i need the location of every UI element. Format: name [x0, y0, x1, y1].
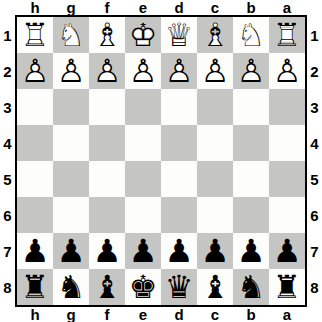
- square-e1[interactable]: ♚♔: [125, 17, 161, 53]
- rank-label-2: 2: [0, 53, 15, 89]
- square-a6[interactable]: [269, 197, 305, 233]
- rank-label-5: 5: [307, 161, 322, 197]
- square-g7[interactable]: ♟: [53, 233, 89, 269]
- square-c8[interactable]: ♝: [197, 269, 233, 305]
- square-d8[interactable]: ♛: [161, 269, 197, 305]
- square-e7[interactable]: ♟: [125, 233, 161, 269]
- black-pawn-icon[interactable]: ♟: [161, 233, 197, 269]
- white-queen-icon[interactable]: ♛♕: [161, 17, 197, 53]
- piece-outline-layer: ♖: [269, 17, 305, 53]
- piece-outline-layer: ♗: [197, 17, 233, 53]
- piece-outline-layer: ♙: [17, 53, 53, 89]
- file-label-b: b: [233, 0, 269, 15]
- file-label-e: e: [125, 307, 161, 322]
- white-pawn-icon[interactable]: ♟♙: [89, 53, 125, 89]
- piece-outline-layer: ♙: [233, 53, 269, 89]
- rank-label-5: 5: [0, 161, 15, 197]
- rank-label-7: 7: [0, 233, 15, 269]
- square-h1[interactable]: ♜♖: [17, 17, 53, 53]
- square-c5[interactable]: [197, 161, 233, 197]
- rank-label-8: 8: [0, 269, 15, 305]
- square-f8[interactable]: ♝: [89, 269, 125, 305]
- file-label-d: d: [161, 0, 197, 15]
- square-f6[interactable]: [89, 197, 125, 233]
- square-g1[interactable]: ♞♘: [53, 17, 89, 53]
- square-b3[interactable]: [233, 89, 269, 125]
- piece-outline-layer: ♙: [125, 53, 161, 89]
- black-pawn-icon[interactable]: ♟: [233, 233, 269, 269]
- black-queen-icon[interactable]: ♛: [161, 269, 197, 305]
- square-h8[interactable]: ♜: [17, 269, 53, 305]
- file-labels-top: hgfedcba: [17, 0, 305, 15]
- square-g3[interactable]: [53, 89, 89, 125]
- black-pawn-icon[interactable]: ♟: [89, 233, 125, 269]
- white-rook-icon[interactable]: ♜♖: [269, 17, 305, 53]
- square-b5[interactable]: [233, 161, 269, 197]
- rank-label-4: 4: [307, 125, 322, 161]
- square-h3[interactable]: [17, 89, 53, 125]
- piece-outline-layer: ♔: [125, 17, 161, 53]
- white-pawn-icon[interactable]: ♟♙: [233, 53, 269, 89]
- white-pawn-icon[interactable]: ♟♙: [53, 53, 89, 89]
- file-label-c: c: [197, 307, 233, 322]
- rank-labels-left: 12345678: [0, 17, 15, 305]
- rank-label-6: 6: [307, 197, 322, 233]
- file-label-g: g: [53, 0, 89, 15]
- piece-outline-layer: ♙: [53, 53, 89, 89]
- file-label-g: g: [53, 307, 89, 322]
- square-g5[interactable]: [53, 161, 89, 197]
- square-d5[interactable]: [161, 161, 197, 197]
- white-pawn-icon[interactable]: ♟♙: [17, 53, 53, 89]
- square-e4[interactable]: [125, 125, 161, 161]
- rank-label-1: 1: [0, 17, 15, 53]
- black-pawn-icon[interactable]: ♟: [53, 233, 89, 269]
- black-pawn-icon[interactable]: ♟: [17, 233, 53, 269]
- square-a8[interactable]: ♜: [269, 269, 305, 305]
- file-label-a: a: [269, 0, 305, 15]
- rank-label-2: 2: [307, 53, 322, 89]
- square-d3[interactable]: [161, 89, 197, 125]
- rank-label-6: 6: [0, 197, 15, 233]
- square-c6[interactable]: [197, 197, 233, 233]
- square-h7[interactable]: ♟: [17, 233, 53, 269]
- square-b2[interactable]: ♟♙: [233, 53, 269, 89]
- square-a2[interactable]: ♟♙: [269, 53, 305, 89]
- square-a7[interactable]: ♟: [269, 233, 305, 269]
- square-h5[interactable]: [17, 161, 53, 197]
- square-a4[interactable]: [269, 125, 305, 161]
- square-d2[interactable]: ♟♙: [161, 53, 197, 89]
- rank-label-4: 4: [0, 125, 15, 161]
- square-d1[interactable]: ♛♕: [161, 17, 197, 53]
- piece-outline-layer: ♙: [269, 53, 305, 89]
- piece-outline-layer: ♗: [89, 17, 125, 53]
- black-pawn-icon[interactable]: ♟: [125, 233, 161, 269]
- square-d4[interactable]: [161, 125, 197, 161]
- black-rook-icon[interactable]: ♜: [269, 269, 305, 305]
- white-pawn-icon[interactable]: ♟♙: [197, 53, 233, 89]
- square-f1[interactable]: ♝♗: [89, 17, 125, 53]
- chess-board-screen: hgfedcba 12345678 ♜♖♞♘♝♗♚♔♛♕♝♗♞♘♜♖♟♙♟♙♟♙…: [0, 0, 322, 322]
- piece-outline-layer: ♘: [53, 17, 89, 53]
- file-label-c: c: [197, 0, 233, 15]
- black-bishop-icon[interactable]: ♝: [89, 269, 125, 305]
- white-bishop-icon[interactable]: ♝♗: [89, 17, 125, 53]
- square-a3[interactable]: [269, 89, 305, 125]
- black-bishop-icon[interactable]: ♝: [197, 269, 233, 305]
- black-king-icon[interactable]: ♚: [125, 269, 161, 305]
- square-e8[interactable]: ♚: [125, 269, 161, 305]
- square-c2[interactable]: ♟♙: [197, 53, 233, 89]
- piece-outline-layer: ♕: [161, 17, 197, 53]
- white-bishop-icon[interactable]: ♝♗: [197, 17, 233, 53]
- file-label-a: a: [269, 307, 305, 322]
- square-d6[interactable]: [161, 197, 197, 233]
- rank-label-7: 7: [307, 233, 322, 269]
- black-knight-icon[interactable]: ♞: [233, 269, 269, 305]
- rank-label-8: 8: [307, 269, 322, 305]
- piece-outline-layer: ♙: [197, 53, 233, 89]
- square-h2[interactable]: ♟♙: [17, 53, 53, 89]
- black-knight-icon[interactable]: ♞: [53, 269, 89, 305]
- piece-outline-layer: ♖: [17, 17, 53, 53]
- square-b8[interactable]: ♞: [233, 269, 269, 305]
- rank-label-3: 3: [307, 89, 322, 125]
- square-e5[interactable]: [125, 161, 161, 197]
- white-knight-icon[interactable]: ♞♘: [233, 17, 269, 53]
- square-c7[interactable]: ♟: [197, 233, 233, 269]
- square-f7[interactable]: ♟: [89, 233, 125, 269]
- white-pawn-icon[interactable]: ♟♙: [125, 53, 161, 89]
- square-g4[interactable]: [53, 125, 89, 161]
- square-e2[interactable]: ♟♙: [125, 53, 161, 89]
- square-f4[interactable]: [89, 125, 125, 161]
- square-g2[interactable]: ♟♙: [53, 53, 89, 89]
- square-e3[interactable]: [125, 89, 161, 125]
- white-pawn-icon[interactable]: ♟♙: [161, 53, 197, 89]
- square-b7[interactable]: ♟: [233, 233, 269, 269]
- white-pawn-icon[interactable]: ♟♙: [269, 53, 305, 89]
- square-d7[interactable]: ♟: [161, 233, 197, 269]
- square-f2[interactable]: ♟♙: [89, 53, 125, 89]
- rank-label-1: 1: [307, 17, 322, 53]
- file-labels-bottom: hgfedcba: [17, 307, 305, 322]
- file-label-b: b: [233, 307, 269, 322]
- piece-outline-layer: ♙: [161, 53, 197, 89]
- file-label-d: d: [161, 307, 197, 322]
- rank-labels-right: 12345678: [307, 17, 322, 305]
- square-c1[interactable]: ♝♗: [197, 17, 233, 53]
- square-c4[interactable]: [197, 125, 233, 161]
- white-knight-icon[interactable]: ♞♘: [53, 17, 89, 53]
- black-pawn-icon[interactable]: ♟: [269, 233, 305, 269]
- chess-board: ♜♖♞♘♝♗♚♔♛♕♝♗♞♘♜♖♟♙♟♙♟♙♟♙♟♙♟♙♟♙♟♙♟♟♟♟♟♟♟♟…: [15, 15, 307, 307]
- file-label-h: h: [17, 0, 53, 15]
- file-label-f: f: [89, 307, 125, 322]
- square-b6[interactable]: [233, 197, 269, 233]
- rank-label-3: 3: [0, 89, 15, 125]
- white-king-icon[interactable]: ♚♔: [125, 17, 161, 53]
- black-pawn-icon[interactable]: ♟: [197, 233, 233, 269]
- square-b4[interactable]: [233, 125, 269, 161]
- square-h6[interactable]: [17, 197, 53, 233]
- piece-outline-layer: ♘: [233, 17, 269, 53]
- square-f3[interactable]: [89, 89, 125, 125]
- square-e6[interactable]: [125, 197, 161, 233]
- square-a5[interactable]: [269, 161, 305, 197]
- file-label-f: f: [89, 0, 125, 15]
- black-rook-icon[interactable]: ♜: [17, 269, 53, 305]
- square-f5[interactable]: [89, 161, 125, 197]
- file-label-h: h: [17, 307, 53, 322]
- square-h4[interactable]: [17, 125, 53, 161]
- square-b1[interactable]: ♞♘: [233, 17, 269, 53]
- square-c3[interactable]: [197, 89, 233, 125]
- file-label-e: e: [125, 0, 161, 15]
- square-a1[interactable]: ♜♖: [269, 17, 305, 53]
- square-g8[interactable]: ♞: [53, 269, 89, 305]
- piece-outline-layer: ♙: [89, 53, 125, 89]
- square-g6[interactable]: [53, 197, 89, 233]
- white-rook-icon[interactable]: ♜♖: [17, 17, 53, 53]
